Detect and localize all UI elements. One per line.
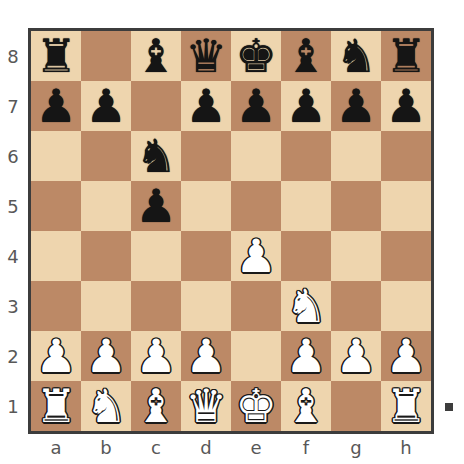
- square-h5[interactable]: [381, 181, 431, 231]
- black-queen[interactable]: ♛: [181, 31, 231, 81]
- white-pawn[interactable]: ♟: [231, 231, 281, 281]
- black-pawn[interactable]: ♟: [181, 81, 231, 131]
- rank-label-6: 6: [0, 131, 26, 181]
- board-grid: ♜♝♛♚♝♞♜♟♟♟♟♟♟♟♞♟♟♞♟♟♟♟♟♟♟♜♞♝♛♚♝♜: [31, 31, 431, 431]
- file-labels: abcdefgh: [31, 434, 431, 460]
- white-pawn[interactable]: ♟: [181, 331, 231, 381]
- file-label-h: h: [381, 434, 431, 460]
- file-label-e: e: [231, 434, 281, 460]
- square-b2[interactable]: ♟: [81, 331, 131, 381]
- square-g7[interactable]: ♟: [331, 81, 381, 131]
- square-d8[interactable]: ♛: [181, 31, 231, 81]
- white-knight[interactable]: ♞: [281, 281, 331, 331]
- rank-label-7: 7: [0, 81, 26, 131]
- square-d5[interactable]: [181, 181, 231, 231]
- square-c7[interactable]: [131, 81, 181, 131]
- square-g8[interactable]: ♞: [331, 31, 381, 81]
- square-e7[interactable]: ♟: [231, 81, 281, 131]
- rank-labels: 87654321: [0, 31, 26, 431]
- white-rook[interactable]: ♜: [381, 381, 431, 431]
- white-pawn[interactable]: ♟: [81, 331, 131, 381]
- square-d6[interactable]: [181, 131, 231, 181]
- square-b8[interactable]: [81, 31, 131, 81]
- white-king[interactable]: ♚: [231, 381, 281, 431]
- black-pawn[interactable]: ♟: [331, 81, 381, 131]
- square-f4[interactable]: [281, 231, 331, 281]
- square-a3[interactable]: [31, 281, 81, 331]
- square-e6[interactable]: [231, 131, 281, 181]
- black-pawn[interactable]: ♟: [381, 81, 431, 131]
- square-b7[interactable]: ♟: [81, 81, 131, 131]
- square-d1[interactable]: ♛: [181, 381, 231, 431]
- file-label-c: c: [131, 434, 181, 460]
- black-king[interactable]: ♚: [231, 31, 281, 81]
- black-pawn[interactable]: ♟: [131, 181, 181, 231]
- square-c6[interactable]: ♞: [131, 131, 181, 181]
- square-h4[interactable]: [381, 231, 431, 281]
- rank-label-2: 2: [0, 331, 26, 381]
- square-h1[interactable]: ♜: [381, 381, 431, 431]
- white-queen[interactable]: ♛: [181, 381, 231, 431]
- square-d7[interactable]: ♟: [181, 81, 231, 131]
- white-rook[interactable]: ♜: [31, 381, 81, 431]
- square-g5[interactable]: [331, 181, 381, 231]
- square-e3[interactable]: [231, 281, 281, 331]
- square-f2[interactable]: ♟: [281, 331, 331, 381]
- black-knight[interactable]: ♞: [131, 131, 181, 181]
- white-bishop[interactable]: ♝: [281, 381, 331, 431]
- square-e2[interactable]: [231, 331, 281, 381]
- white-bishop[interactable]: ♝: [131, 381, 181, 431]
- white-pawn[interactable]: ♟: [331, 331, 381, 381]
- square-a1[interactable]: ♜: [31, 381, 81, 431]
- rank-label-8: 8: [0, 31, 26, 81]
- file-label-a: a: [31, 434, 81, 460]
- square-c1[interactable]: ♝: [131, 381, 181, 431]
- square-a5[interactable]: [31, 181, 81, 231]
- square-a4[interactable]: [31, 231, 81, 281]
- square-f7[interactable]: ♟: [281, 81, 331, 131]
- square-e5[interactable]: [231, 181, 281, 231]
- rank-label-1: 1: [0, 381, 26, 431]
- file-label-f: f: [281, 434, 331, 460]
- white-pawn[interactable]: ♟: [131, 331, 181, 381]
- square-h7[interactable]: ♟: [381, 81, 431, 131]
- square-g2[interactable]: ♟: [331, 331, 381, 381]
- square-e4[interactable]: ♟: [231, 231, 281, 281]
- square-f8[interactable]: ♝: [281, 31, 331, 81]
- square-h6[interactable]: [381, 131, 431, 181]
- square-f3[interactable]: ♞: [281, 281, 331, 331]
- white-knight[interactable]: ♞: [81, 381, 131, 431]
- black-pawn[interactable]: ♟: [81, 81, 131, 131]
- square-c5[interactable]: ♟: [131, 181, 181, 231]
- square-f5[interactable]: [281, 181, 331, 231]
- square-a7[interactable]: ♟: [31, 81, 81, 131]
- square-c2[interactable]: ♟: [131, 331, 181, 381]
- black-bishop[interactable]: ♝: [131, 31, 181, 81]
- square-b1[interactable]: ♞: [81, 381, 131, 431]
- black-pawn[interactable]: ♟: [231, 81, 281, 131]
- white-pawn[interactable]: ♟: [281, 331, 331, 381]
- square-e1[interactable]: ♚: [231, 381, 281, 431]
- square-e8[interactable]: ♚: [231, 31, 281, 81]
- black-rook[interactable]: ♜: [31, 31, 81, 81]
- square-d3[interactable]: [181, 281, 231, 331]
- black-pawn[interactable]: ♟: [281, 81, 331, 131]
- square-b6[interactable]: [81, 131, 131, 181]
- square-c8[interactable]: ♝: [131, 31, 181, 81]
- white-pawn[interactable]: ♟: [381, 331, 431, 381]
- rank-label-3: 3: [0, 281, 26, 331]
- square-g6[interactable]: [331, 131, 381, 181]
- black-knight[interactable]: ♞: [331, 31, 381, 81]
- square-g3[interactable]: [331, 281, 381, 331]
- square-b4[interactable]: [81, 231, 131, 281]
- black-pawn[interactable]: ♟: [31, 81, 81, 131]
- side-to-move-indicator: [445, 403, 453, 411]
- square-d4[interactable]: [181, 231, 231, 281]
- square-c4[interactable]: [131, 231, 181, 281]
- rank-label-4: 4: [0, 231, 26, 281]
- square-g4[interactable]: [331, 231, 381, 281]
- square-a6[interactable]: [31, 131, 81, 181]
- square-a2[interactable]: ♟: [31, 331, 81, 381]
- file-label-b: b: [81, 434, 131, 460]
- square-f6[interactable]: [281, 131, 331, 181]
- square-h8[interactable]: ♜: [381, 31, 431, 81]
- square-b3[interactable]: [81, 281, 131, 331]
- chess-board: ♜♝♛♚♝♞♜♟♟♟♟♟♟♟♞♟♟♞♟♟♟♟♟♟♟♜♞♝♛♚♝♜: [28, 28, 434, 434]
- square-h2[interactable]: ♟: [381, 331, 431, 381]
- file-label-g: g: [331, 434, 381, 460]
- black-rook[interactable]: ♜: [381, 31, 431, 81]
- square-d2[interactable]: ♟: [181, 331, 231, 381]
- rank-label-5: 5: [0, 181, 26, 231]
- page-background: 87654321 ♜♝♛♚♝♞♜♟♟♟♟♟♟♟♞♟♟♞♟♟♟♟♟♟♟♜♞♝♛♚♝…: [0, 0, 464, 464]
- square-b5[interactable]: [81, 181, 131, 231]
- square-g1[interactable]: [331, 381, 381, 431]
- square-f1[interactable]: ♝: [281, 381, 331, 431]
- square-h3[interactable]: [381, 281, 431, 331]
- square-c3[interactable]: [131, 281, 181, 331]
- black-bishop[interactable]: ♝: [281, 31, 331, 81]
- white-pawn[interactable]: ♟: [31, 331, 81, 381]
- square-a8[interactable]: ♜: [31, 31, 81, 81]
- file-label-d: d: [181, 434, 231, 460]
